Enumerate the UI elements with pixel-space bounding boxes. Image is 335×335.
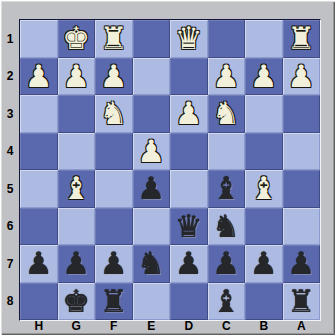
square-h6[interactable] — [20, 208, 58, 246]
file-label-E: E — [141, 320, 161, 333]
square-e6[interactable] — [133, 208, 171, 246]
black-pawn[interactable]: ♟ — [62, 248, 90, 279]
black-pawn[interactable]: ♟ — [250, 248, 278, 279]
square-d8[interactable] — [170, 283, 208, 321]
square-g5[interactable]: ♝ — [58, 170, 96, 208]
square-g2[interactable]: ♟ — [58, 58, 96, 96]
white-bishop[interactable]: ♝ — [250, 173, 278, 204]
square-a6[interactable] — [283, 208, 321, 246]
square-a7[interactable]: ♟ — [283, 245, 321, 283]
white-pawn[interactable]: ♟ — [287, 61, 315, 92]
white-pawn[interactable]: ♟ — [100, 61, 128, 92]
square-h5[interactable] — [20, 170, 58, 208]
white-rook[interactable]: ♜ — [100, 23, 128, 54]
file-label-B: B — [254, 320, 274, 333]
black-pawn[interactable]: ♟ — [25, 248, 53, 279]
file-label-A: A — [291, 320, 311, 333]
square-a3[interactable] — [283, 95, 321, 133]
square-c2[interactable]: ♟ — [208, 58, 246, 96]
square-g4[interactable] — [58, 133, 96, 171]
square-f5[interactable] — [95, 170, 133, 208]
square-h8[interactable] — [20, 283, 58, 321]
square-h2[interactable]: ♟ — [20, 58, 58, 96]
rank-label-6: 6 — [2, 219, 18, 233]
square-d7[interactable]: ♟ — [170, 245, 208, 283]
square-b1[interactable] — [245, 20, 283, 58]
square-c3[interactable]: ♞ — [208, 95, 246, 133]
square-c1[interactable] — [208, 20, 246, 58]
white-king[interactable]: ♚ — [62, 23, 90, 54]
square-b7[interactable]: ♟ — [245, 245, 283, 283]
chessboard-frame: 12345678 HGFEDCBA ♚♜♛♜♟♟♟♟♟♟♞♟♞♟♝♟♝♝♛♞♟♟… — [0, 0, 335, 335]
white-pawn[interactable]: ♟ — [175, 98, 203, 129]
square-f8[interactable]: ♜ — [95, 283, 133, 321]
square-g3[interactable] — [58, 95, 96, 133]
rank-label-1: 1 — [2, 32, 18, 46]
square-h7[interactable]: ♟ — [20, 245, 58, 283]
square-b2[interactable]: ♟ — [245, 58, 283, 96]
black-knight[interactable]: ♞ — [137, 248, 165, 279]
white-pawn[interactable]: ♟ — [62, 61, 90, 92]
square-g8[interactable]: ♚ — [58, 283, 96, 321]
square-c6[interactable]: ♞ — [208, 208, 246, 246]
square-b6[interactable] — [245, 208, 283, 246]
square-e1[interactable] — [133, 20, 171, 58]
board-outline: ♚♜♛♜♟♟♟♟♟♟♞♟♞♟♝♟♝♝♛♞♟♟♟♞♟♟♟♟♚♜♝♜ — [19, 19, 321, 321]
black-rook[interactable]: ♜ — [287, 286, 315, 317]
square-e4[interactable]: ♟ — [133, 133, 171, 171]
black-pawn[interactable]: ♟ — [287, 248, 315, 279]
square-d5[interactable] — [170, 170, 208, 208]
black-bishop[interactable]: ♝ — [212, 173, 240, 204]
square-f3[interactable]: ♞ — [95, 95, 133, 133]
file-label-C: C — [216, 320, 236, 333]
chess-board: ♚♜♛♜♟♟♟♟♟♟♞♟♞♟♝♟♝♝♛♞♟♟♟♞♟♟♟♟♚♜♝♜ — [20, 20, 320, 320]
square-b5[interactable]: ♝ — [245, 170, 283, 208]
square-b8[interactable] — [245, 283, 283, 321]
square-f7[interactable]: ♟ — [95, 245, 133, 283]
white-rook[interactable]: ♜ — [287, 23, 315, 54]
white-knight[interactable]: ♞ — [100, 98, 128, 129]
square-c5[interactable]: ♝ — [208, 170, 246, 208]
black-knight[interactable]: ♞ — [212, 211, 240, 242]
black-king[interactable]: ♚ — [62, 286, 90, 317]
white-pawn[interactable]: ♟ — [212, 61, 240, 92]
square-e2[interactable] — [133, 58, 171, 96]
square-a2[interactable]: ♟ — [283, 58, 321, 96]
square-d2[interactable] — [170, 58, 208, 96]
square-h1[interactable] — [20, 20, 58, 58]
file-label-F: F — [104, 320, 124, 333]
square-c4[interactable] — [208, 133, 246, 171]
black-pawn[interactable]: ♟ — [175, 248, 203, 279]
square-b3[interactable] — [245, 95, 283, 133]
square-g1[interactable]: ♚ — [58, 20, 96, 58]
square-e5[interactable]: ♟ — [133, 170, 171, 208]
black-pawn[interactable]: ♟ — [137, 173, 165, 204]
square-e7[interactable]: ♞ — [133, 245, 171, 283]
black-pawn[interactable]: ♟ — [212, 248, 240, 279]
rank-label-8: 8 — [2, 294, 18, 308]
white-queen[interactable]: ♛ — [175, 23, 203, 54]
square-b4[interactable] — [245, 133, 283, 171]
white-pawn[interactable]: ♟ — [250, 61, 278, 92]
square-f4[interactable] — [95, 133, 133, 171]
square-c7[interactable]: ♟ — [208, 245, 246, 283]
square-d3[interactable]: ♟ — [170, 95, 208, 133]
square-d1[interactable]: ♛ — [170, 20, 208, 58]
square-a5[interactable] — [283, 170, 321, 208]
white-bishop[interactable]: ♝ — [62, 173, 90, 204]
white-pawn[interactable]: ♟ — [25, 61, 53, 92]
rank-label-3: 3 — [2, 107, 18, 121]
rank-label-5: 5 — [2, 182, 18, 196]
black-pawn[interactable]: ♟ — [100, 248, 128, 279]
white-pawn[interactable]: ♟ — [137, 136, 165, 167]
square-a1[interactable]: ♜ — [283, 20, 321, 58]
black-bishop[interactable]: ♝ — [212, 286, 240, 317]
square-e3[interactable] — [133, 95, 171, 133]
square-f1[interactable]: ♜ — [95, 20, 133, 58]
square-a4[interactable] — [283, 133, 321, 171]
file-label-G: G — [66, 320, 86, 333]
white-knight[interactable]: ♞ — [212, 98, 240, 129]
square-c8[interactable]: ♝ — [208, 283, 246, 321]
rank-label-2: 2 — [2, 69, 18, 83]
square-h3[interactable] — [20, 95, 58, 133]
rank-label-7: 7 — [2, 257, 18, 271]
square-f2[interactable]: ♟ — [95, 58, 133, 96]
rank-label-4: 4 — [2, 144, 18, 158]
square-g7[interactable]: ♟ — [58, 245, 96, 283]
square-h4[interactable] — [20, 133, 58, 171]
file-label-H: H — [29, 320, 49, 333]
square-d4[interactable] — [170, 133, 208, 171]
square-g6[interactable] — [58, 208, 96, 246]
square-e8[interactable] — [133, 283, 171, 321]
black-queen[interactable]: ♛ — [175, 211, 203, 242]
file-label-D: D — [179, 320, 199, 333]
black-rook[interactable]: ♜ — [100, 286, 128, 317]
square-f6[interactable] — [95, 208, 133, 246]
square-a8[interactable]: ♜ — [283, 283, 321, 321]
square-d6[interactable]: ♛ — [170, 208, 208, 246]
